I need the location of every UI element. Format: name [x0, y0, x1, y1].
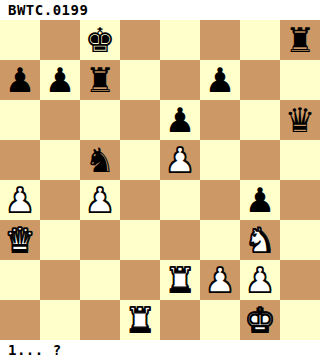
square-h5[interactable]	[280, 140, 320, 180]
square-d3[interactable]	[120, 220, 160, 260]
square-b5[interactable]	[40, 140, 80, 180]
square-a7[interactable]: ♟	[0, 60, 40, 100]
square-e6[interactable]: ♟	[160, 100, 200, 140]
white-pawn-piece: ♟	[165, 140, 195, 180]
black-knight-piece: ♞	[85, 140, 115, 180]
square-b1[interactable]	[40, 300, 80, 340]
black-pawn-piece: ♟	[45, 60, 75, 100]
move-prompt: 1... ?	[0, 340, 320, 360]
square-c3[interactable]	[80, 220, 120, 260]
square-b6[interactable]	[40, 100, 80, 140]
square-a3[interactable]: ♛	[0, 220, 40, 260]
square-g8[interactable]	[240, 20, 280, 60]
square-c2[interactable]	[80, 260, 120, 300]
square-c4[interactable]: ♟	[80, 180, 120, 220]
white-king-piece: ♚	[245, 300, 275, 340]
black-rook-piece: ♜	[285, 20, 315, 60]
black-pawn-piece: ♟	[165, 100, 195, 140]
white-knight-piece: ♞	[245, 220, 275, 260]
square-c6[interactable]	[80, 100, 120, 140]
square-f1[interactable]	[200, 300, 240, 340]
square-d7[interactable]	[120, 60, 160, 100]
square-b8[interactable]	[40, 20, 80, 60]
square-d5[interactable]	[120, 140, 160, 180]
square-c8[interactable]: ♚	[80, 20, 120, 60]
square-h3[interactable]	[280, 220, 320, 260]
square-c7[interactable]: ♜	[80, 60, 120, 100]
black-pawn-piece: ♟	[5, 60, 35, 100]
square-f5[interactable]	[200, 140, 240, 180]
black-pawn-piece: ♟	[205, 60, 235, 100]
square-c5[interactable]: ♞	[80, 140, 120, 180]
square-a5[interactable]	[0, 140, 40, 180]
white-pawn-piece: ♟	[205, 260, 235, 300]
square-h2[interactable]	[280, 260, 320, 300]
square-e7[interactable]	[160, 60, 200, 100]
square-e8[interactable]	[160, 20, 200, 60]
square-d2[interactable]	[120, 260, 160, 300]
square-g7[interactable]	[240, 60, 280, 100]
black-rook-piece: ♜	[85, 60, 115, 100]
square-h6[interactable]: ♛	[280, 100, 320, 140]
white-rook-piece: ♜	[165, 260, 195, 300]
white-pawn-piece: ♟	[245, 260, 275, 300]
square-a6[interactable]	[0, 100, 40, 140]
square-f7[interactable]: ♟	[200, 60, 240, 100]
square-e4[interactable]	[160, 180, 200, 220]
black-king-piece: ♚	[85, 20, 115, 60]
square-e1[interactable]	[160, 300, 200, 340]
white-rook-piece: ♜	[125, 300, 155, 340]
square-g2[interactable]: ♟	[240, 260, 280, 300]
white-pawn-piece: ♟	[85, 180, 115, 220]
square-a8[interactable]	[0, 20, 40, 60]
square-e3[interactable]	[160, 220, 200, 260]
square-h8[interactable]: ♜	[280, 20, 320, 60]
square-b3[interactable]	[40, 220, 80, 260]
square-e2[interactable]: ♜	[160, 260, 200, 300]
square-b4[interactable]	[40, 180, 80, 220]
square-f6[interactable]	[200, 100, 240, 140]
black-queen-piece: ♛	[285, 100, 315, 140]
square-f8[interactable]	[200, 20, 240, 60]
square-f2[interactable]: ♟	[200, 260, 240, 300]
square-b2[interactable]	[40, 260, 80, 300]
square-g4[interactable]: ♟	[240, 180, 280, 220]
square-b7[interactable]: ♟	[40, 60, 80, 100]
square-h4[interactable]	[280, 180, 320, 220]
square-g5[interactable]	[240, 140, 280, 180]
square-d1[interactable]: ♜	[120, 300, 160, 340]
square-a4[interactable]: ♟	[0, 180, 40, 220]
chess-board: ♚♜♟♟♜♟♟♛♞♟♟♟♟♛♞♜♟♟♜♚	[0, 20, 320, 340]
square-g1[interactable]: ♚	[240, 300, 280, 340]
square-f4[interactable]	[200, 180, 240, 220]
square-g6[interactable]	[240, 100, 280, 140]
square-e5[interactable]: ♟	[160, 140, 200, 180]
puzzle-title: BWTC.0199	[0, 0, 320, 20]
square-d6[interactable]	[120, 100, 160, 140]
square-h7[interactable]	[280, 60, 320, 100]
white-queen-piece: ♛	[5, 220, 35, 260]
square-f3[interactable]	[200, 220, 240, 260]
square-h1[interactable]	[280, 300, 320, 340]
square-a1[interactable]	[0, 300, 40, 340]
square-d4[interactable]	[120, 180, 160, 220]
square-d8[interactable]	[120, 20, 160, 60]
black-pawn-piece: ♟	[245, 180, 275, 220]
square-a2[interactable]	[0, 260, 40, 300]
square-g3[interactable]: ♞	[240, 220, 280, 260]
white-pawn-piece: ♟	[5, 180, 35, 220]
square-c1[interactable]	[80, 300, 120, 340]
